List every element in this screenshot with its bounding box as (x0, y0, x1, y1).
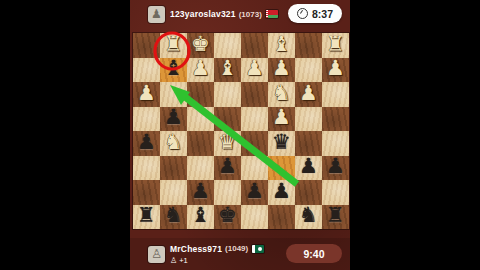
square-g6[interactable] (160, 156, 187, 181)
belarus-flag-icon (266, 10, 278, 18)
chess-board[interactable]: ♜♚♝♜♝♟♝♟♟♟♟♞♟♟♟♟♞♛♛♟♟♟♟♟♟♜♞♝♚♞♜ (133, 33, 349, 229)
square-e4[interactable] (214, 107, 241, 132)
black-pawn-e6: ♟ (218, 156, 237, 177)
clock-icon (297, 8, 308, 19)
white-knight-g5: ♞ (164, 132, 183, 153)
chess-app-screen: ♟ 123yaroslav321 (1073) 8:37 ♜♚♝♜♝♟♝♟♟♟♟… (130, 0, 350, 270)
square-a4[interactable] (322, 107, 349, 132)
square-c1[interactable]: ♝ (268, 33, 295, 58)
white-rook-a1: ♜ (326, 34, 345, 55)
white-bishop-e2: ♝ (218, 58, 237, 79)
square-a1[interactable]: ♜ (322, 33, 349, 58)
black-knight-g8: ♞ (164, 205, 183, 226)
square-g2[interactable]: ♝ (160, 58, 187, 83)
black-clock-time: 9:40 (303, 248, 324, 260)
black-pawn-c7: ♟ (272, 181, 291, 202)
captured-pawn-icon: ♙ (170, 256, 177, 265)
white-pawn-f2: ♟ (191, 58, 210, 79)
square-e5[interactable]: ♛ (214, 131, 241, 156)
square-d5[interactable] (241, 131, 268, 156)
black-bishop-f8: ♝ (191, 205, 210, 226)
square-g8[interactable]: ♞ (160, 205, 187, 230)
square-f5[interactable] (187, 131, 214, 156)
square-f6[interactable] (187, 156, 214, 181)
square-h4[interactable] (133, 107, 160, 132)
square-h2[interactable] (133, 58, 160, 83)
square-f2[interactable]: ♟ (187, 58, 214, 83)
square-f4[interactable] (187, 107, 214, 132)
white-knight-c3: ♞ (272, 83, 291, 104)
white-bishop-c1: ♝ (272, 34, 291, 55)
square-g3[interactable] (160, 82, 187, 107)
black-pawn-f7: ♟ (191, 181, 210, 202)
square-f1[interactable]: ♚ (187, 33, 214, 58)
square-b6[interactable]: ♟ (295, 156, 322, 181)
square-g1[interactable]: ♜ (160, 33, 187, 58)
square-c8[interactable] (268, 205, 295, 230)
black-pawn-d7: ♟ (245, 181, 264, 202)
top-player-rating: (1073) (239, 10, 262, 19)
square-e1[interactable] (214, 33, 241, 58)
bottom-player-avatar[interactable]: ♙ (148, 246, 165, 263)
black-pawn-g4: ♟ (164, 107, 183, 128)
screenshot-stage: ♟ 123yaroslav321 (1073) 8:37 ♜♚♝♜♝♟♝♟♟♟♟… (0, 0, 480, 270)
square-a3[interactable] (322, 82, 349, 107)
black-pawn-b6: ♟ (299, 156, 318, 177)
square-b7[interactable] (295, 180, 322, 205)
pakistan-flag-icon (252, 245, 264, 253)
square-e7[interactable] (214, 180, 241, 205)
white-pawn-c4: ♟ (272, 107, 291, 128)
square-a7[interactable] (322, 180, 349, 205)
avatar-piece-icon: ♟ (151, 7, 162, 21)
square-e8[interactable]: ♚ (214, 205, 241, 230)
square-e3[interactable] (214, 82, 241, 107)
bottom-player-rating: (1049) (225, 244, 248, 253)
white-queen-e5: ♛ (218, 132, 237, 153)
black-bishop-g2: ♝ (164, 58, 183, 79)
square-c2[interactable]: ♟ (268, 58, 295, 83)
black-pawn-h5: ♟ (137, 132, 156, 153)
square-d3[interactable] (241, 82, 268, 107)
black-rook-h8: ♜ (137, 205, 156, 226)
avatar-piece-icon: ♙ (151, 247, 162, 261)
square-b5[interactable] (295, 131, 322, 156)
black-king-e8: ♚ (218, 205, 237, 226)
white-pawn-b3: ♟ (299, 83, 318, 104)
square-a2[interactable]: ♟ (322, 58, 349, 83)
square-g7[interactable] (160, 180, 187, 205)
material-advantage: ♙ +1 (170, 256, 264, 265)
square-d4[interactable] (241, 107, 268, 132)
square-e6[interactable]: ♟ (214, 156, 241, 181)
square-d2[interactable]: ♟ (241, 58, 268, 83)
square-a6[interactable]: ♟ (322, 156, 349, 181)
black-pawn-a6: ♟ (326, 156, 345, 177)
square-b8[interactable]: ♞ (295, 205, 322, 230)
square-f3[interactable] (187, 82, 214, 107)
square-b1[interactable] (295, 33, 322, 58)
square-h5[interactable]: ♟ (133, 131, 160, 156)
square-a5[interactable] (322, 131, 349, 156)
square-f8[interactable]: ♝ (187, 205, 214, 230)
white-clock: 8:37 (288, 4, 342, 23)
square-b2[interactable] (295, 58, 322, 83)
black-clock: 9:40 (286, 244, 342, 263)
square-h8[interactable]: ♜ (133, 205, 160, 230)
square-c5[interactable]: ♛ (268, 131, 295, 156)
white-pawn-c2: ♟ (272, 58, 291, 79)
square-g5[interactable]: ♞ (160, 131, 187, 156)
square-b4[interactable] (295, 107, 322, 132)
square-e2[interactable]: ♝ (214, 58, 241, 83)
bottom-player-name: MrChess971 (170, 244, 222, 254)
square-c7[interactable]: ♟ (268, 180, 295, 205)
black-knight-b8: ♞ (299, 205, 318, 226)
white-clock-time: 8:37 (312, 8, 333, 20)
white-rook-g1: ♜ (164, 34, 183, 55)
square-c3[interactable]: ♞ (268, 82, 295, 107)
square-d1[interactable] (241, 33, 268, 58)
square-d8[interactable] (241, 205, 268, 230)
black-rook-a8: ♜ (326, 205, 345, 226)
square-h1[interactable] (133, 33, 160, 58)
square-c4[interactable]: ♟ (268, 107, 295, 132)
white-pawn-d2: ♟ (245, 58, 264, 79)
black-queen-c5: ♛ (272, 132, 291, 153)
square-b3[interactable]: ♟ (295, 82, 322, 107)
square-h7[interactable] (133, 180, 160, 205)
white-pawn-a2: ♟ (326, 58, 345, 79)
square-c6[interactable] (268, 156, 295, 181)
square-a8[interactable]: ♜ (322, 205, 349, 230)
square-f7[interactable]: ♟ (187, 180, 214, 205)
square-d6[interactable] (241, 156, 268, 181)
square-d7[interactable]: ♟ (241, 180, 268, 205)
square-h3[interactable]: ♟ (133, 82, 160, 107)
material-advantage-value: +1 (179, 256, 188, 265)
white-king-f1: ♚ (191, 34, 210, 55)
white-pawn-h3: ♟ (137, 83, 156, 104)
top-player-name: 123yaroslav321 (170, 9, 236, 19)
square-h6[interactable] (133, 156, 160, 181)
square-g4[interactable]: ♟ (160, 107, 187, 132)
top-player-avatar[interactable]: ♟ (148, 6, 165, 23)
